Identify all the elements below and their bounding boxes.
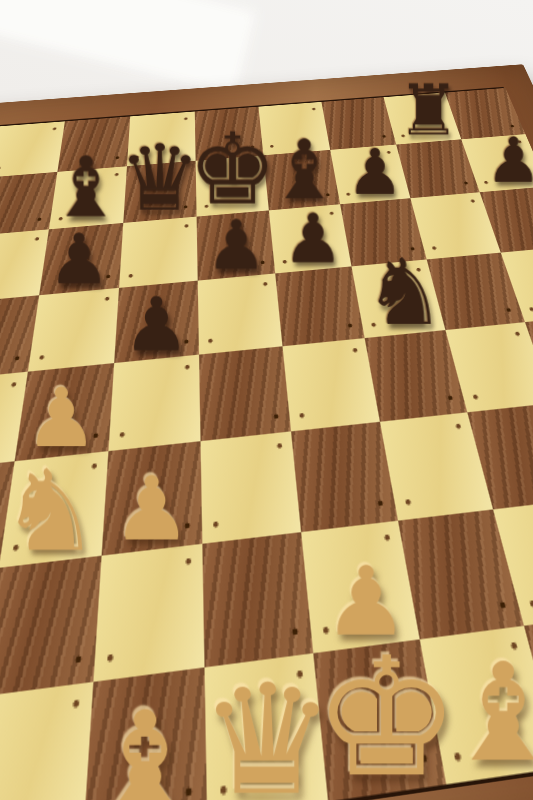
- piece-black-pawn-d6[interactable]: ♟: [205, 211, 266, 280]
- piece-white-knight-b3[interactable]: ♞: [0, 454, 100, 566]
- square-d5[interactable]: [197, 273, 282, 354]
- square-e5[interactable]: [275, 266, 364, 346]
- background-windowsill: [0, 0, 256, 94]
- piece-white-pawn-c3[interactable]: ♟: [111, 465, 190, 553]
- piece-black-pawn-e6[interactable]: ♟: [282, 205, 343, 273]
- board-frame: ♜♝♛♚♝♟♟♟♟♟♟♞♟♞♟♟♟♟♝♛♚♝: [0, 64, 533, 800]
- square-e4[interactable]: [282, 338, 379, 431]
- piece-black-pawn-h7[interactable]: ♟: [485, 130, 533, 192]
- piece-black-pawn-f7[interactable]: ♟: [346, 141, 403, 204]
- square-b2[interactable]: [0, 556, 101, 697]
- photo-scene: ♜♝♛♚♝♟♟♟♟♟♟♞♟♞♟♟♟♟♝♛♚♝: [0, 0, 533, 800]
- square-c4[interactable]: [108, 355, 200, 452]
- square-d4[interactable]: [198, 346, 290, 441]
- piece-black-knight-f5[interactable]: ♞: [363, 247, 445, 338]
- piece-black-pawn-c5[interactable]: ♟: [122, 287, 189, 362]
- square-c2[interactable]: [92, 544, 203, 682]
- piece-black-pawn-b6[interactable]: ♟: [47, 225, 109, 295]
- square-b5[interactable]: [27, 288, 118, 372]
- square-d3[interactable]: [200, 431, 301, 543]
- piece-white-bishop-c1[interactable]: ♝: [81, 694, 207, 800]
- square-b1[interactable]: [0, 682, 92, 800]
- piece-black-king-d7[interactable]: ♚: [188, 120, 277, 219]
- square-e3[interactable]: [290, 422, 397, 532]
- piece-black-rook-g8[interactable]: ♜: [396, 75, 459, 145]
- square-c6[interactable]: [118, 217, 197, 288]
- piece-white-queen-d1[interactable]: ♛: [198, 665, 335, 800]
- piece-black-queen-c7[interactable]: ♛: [118, 133, 200, 224]
- square-d2[interactable]: [202, 532, 313, 667]
